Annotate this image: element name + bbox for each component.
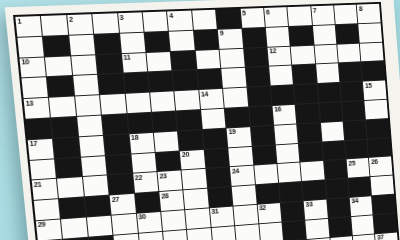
cell-r6c3[interactable] [77, 116, 103, 137]
cell-r6c4 [102, 114, 128, 134]
clue-number: 37 [377, 234, 384, 240]
cell-r10c5 [135, 192, 160, 213]
cell-r6c8[interactable] [201, 109, 226, 129]
cell-r3c13[interactable] [314, 44, 338, 63]
cell-r5c7[interactable] [175, 90, 200, 110]
cell-r1c9 [216, 9, 241, 29]
cell-r7c6[interactable] [154, 131, 179, 151]
clue-number: 6 [266, 8, 270, 15]
cell-r2c4 [94, 34, 120, 54]
cell-r8c1[interactable] [30, 159, 57, 180]
cell-r1c10[interactable]: 5 [240, 8, 264, 28]
cell-r1c5[interactable]: 3 [118, 12, 144, 32]
clue-number: 9 [219, 30, 223, 37]
cell-r11c5[interactable]: 30 [137, 212, 162, 233]
cell-r12c7[interactable] [187, 228, 212, 240]
cell-r5c12 [294, 84, 318, 104]
cell-r5c1[interactable]: 13 [24, 98, 51, 119]
cell-r1c12[interactable] [288, 6, 312, 25]
clue-number: 5 [242, 9, 246, 16]
clue-number: 7 [312, 7, 316, 14]
clue-number: 22 [134, 174, 142, 181]
cell-r8c13 [322, 141, 345, 161]
cell-r8c6 [156, 151, 181, 171]
cell-r10c2 [59, 198, 85, 219]
cell-r9c7[interactable] [182, 169, 207, 189]
cell-r8c12 [299, 142, 323, 162]
cell-r8c9[interactable] [228, 147, 252, 167]
cell-r11c13 [327, 198, 350, 218]
cell-r10c15[interactable] [371, 176, 394, 196]
cell-r3c12[interactable] [291, 45, 315, 65]
cell-r2c8 [194, 30, 219, 50]
cell-r12c9[interactable] [235, 224, 259, 240]
cell-r10c1[interactable] [34, 199, 60, 220]
clue-number: 17 [29, 140, 37, 147]
cell-r9c1[interactable]: 21 [32, 179, 58, 200]
cell-r2c15[interactable] [359, 23, 382, 42]
cell-r5c9[interactable] [223, 88, 248, 108]
cell-r12c6[interactable] [163, 230, 188, 240]
cell-r6c12 [296, 104, 320, 124]
cell-r2c3[interactable] [69, 35, 95, 55]
cell-r3c1[interactable]: 10 [19, 57, 46, 78]
cell-r4c10 [245, 67, 269, 87]
cell-r9c15[interactable]: 26 [369, 157, 392, 177]
cell-r2c11[interactable] [266, 27, 290, 47]
cell-r10c3 [85, 196, 111, 217]
cell-r10c8 [208, 187, 233, 207]
clue-number: 30 [138, 214, 146, 221]
clue-number: 4 [169, 12, 173, 19]
cell-r1c8[interactable] [192, 10, 217, 30]
cell-r5c15[interactable]: 15 [363, 81, 386, 100]
cell-r7c10 [250, 126, 274, 146]
cell-r7c13[interactable] [321, 121, 345, 141]
cell-r6c10 [249, 106, 273, 126]
cell-r11c4[interactable] [112, 214, 138, 235]
cell-r12c5[interactable] [138, 232, 163, 240]
cell-r3c11[interactable]: 12 [267, 46, 291, 66]
cell-r12c11 [282, 220, 306, 240]
cell-r7c14 [344, 120, 367, 140]
clue-number: 33 [305, 201, 312, 208]
cell-r11c3[interactable] [87, 216, 113, 237]
cell-r1c3[interactable]: 2 [67, 14, 93, 34]
cell-r5c14 [340, 82, 363, 101]
cell-r2c7[interactable] [169, 31, 194, 51]
clue-number: 20 [182, 151, 190, 158]
cell-r2c9[interactable]: 9 [218, 29, 243, 49]
cell-r2c6 [145, 32, 170, 52]
cell-r3c6[interactable] [146, 52, 171, 72]
clue-number: 10 [21, 58, 29, 65]
cell-r12c13 [329, 217, 352, 237]
cell-r4c2 [47, 76, 73, 97]
cell-r1c6[interactable] [143, 11, 168, 31]
cell-r7c5[interactable]: 18 [129, 133, 154, 153]
cell-r9c8 [206, 168, 231, 188]
cell-r4c4 [98, 74, 124, 94]
cell-r10c9[interactable] [232, 185, 256, 205]
cell-r9c6[interactable]: 23 [158, 171, 183, 191]
clue-number: 3 [119, 14, 123, 21]
cell-r8c7[interactable]: 20 [180, 150, 205, 170]
cell-r5c11 [271, 85, 295, 105]
cell-r1c14[interactable] [334, 5, 357, 24]
crossword-grid: 1234567891011121314151617181920212223242… [13, 2, 400, 240]
cell-r9c3[interactable] [83, 176, 109, 197]
cell-r4c13[interactable] [316, 64, 340, 84]
cell-r1c7[interactable]: 4 [167, 11, 192, 31]
clue-number: 8 [359, 5, 363, 12]
cell-r3c3[interactable] [71, 55, 97, 75]
cell-r6c7 [177, 110, 202, 130]
cell-r11c11 [281, 201, 305, 221]
cell-r2c2 [43, 36, 70, 57]
cell-r4c9[interactable] [221, 68, 246, 88]
cell-r4c7 [173, 70, 198, 90]
clue-number: 15 [365, 82, 372, 89]
clue-number: 13 [25, 99, 33, 106]
cell-r5c3[interactable] [75, 95, 101, 116]
clue-number: 34 [351, 198, 358, 205]
cell-r11c7[interactable] [186, 208, 211, 228]
clue-number: 16 [274, 106, 281, 113]
cell-r1c15[interactable]: 8 [357, 4, 380, 23]
cell-r6c5 [127, 113, 153, 133]
cell-r7c12 [297, 123, 321, 143]
cell-r2c12 [289, 26, 313, 46]
cell-r8c2 [55, 157, 81, 178]
cell-r4c12 [293, 65, 317, 85]
cell-r5c8[interactable]: 14 [199, 89, 224, 109]
cell-r7c8 [203, 128, 228, 148]
cell-r10c7[interactable] [184, 189, 209, 209]
cell-r1c1[interactable]: 1 [15, 16, 42, 37]
cell-r10c14 [348, 177, 371, 197]
clue-number: 21 [33, 181, 41, 188]
cell-r2c5[interactable] [120, 33, 146, 53]
cell-r1c4[interactable] [92, 13, 118, 33]
cell-r11c9[interactable] [234, 205, 258, 225]
cell-r4c5 [123, 73, 149, 93]
cell-r11c2[interactable] [61, 218, 87, 239]
cell-r11c8[interactable]: 31 [210, 207, 235, 227]
cell-r5c4[interactable] [100, 94, 126, 114]
cell-r6c11[interactable]: 16 [272, 105, 296, 125]
cell-r7c4 [104, 134, 130, 155]
cell-r7c1[interactable]: 17 [28, 139, 55, 160]
clue-number: 28 [161, 192, 169, 199]
cell-r12c8[interactable] [211, 226, 236, 240]
clue-number: 2 [69, 15, 73, 22]
cell-r6c2 [51, 117, 77, 138]
cell-r9c9[interactable]: 24 [230, 166, 254, 186]
cell-r3c5[interactable]: 11 [122, 53, 148, 73]
cell-r5c6[interactable] [150, 92, 175, 112]
cell-r4c8 [197, 69, 222, 89]
cell-r6c9 [225, 107, 250, 127]
cell-r13c14[interactable] [353, 234, 376, 240]
cell-r2c13[interactable] [313, 25, 337, 44]
clue-number: 19 [228, 128, 236, 135]
cell-r12c10[interactable] [259, 222, 283, 240]
clue-number: 18 [131, 134, 139, 141]
cell-r10c12 [302, 180, 326, 200]
cell-r4c14 [339, 63, 362, 82]
cell-r7c2 [53, 137, 79, 158]
cell-r2c1[interactable] [17, 37, 44, 58]
clue-number: 27 [111, 196, 119, 203]
cell-r12c15 [374, 213, 397, 233]
clue-number: 32 [259, 205, 266, 212]
clue-number: 25 [348, 160, 355, 167]
cell-r12c14[interactable] [351, 215, 374, 235]
cell-r10c13 [325, 179, 348, 199]
cell-r8c3[interactable] [81, 156, 107, 177]
cell-r1c11[interactable]: 6 [264, 7, 288, 27]
cell-r1c13[interactable]: 7 [311, 5, 335, 24]
cell-r6c1 [26, 118, 53, 139]
cell-r9c11[interactable] [277, 163, 301, 183]
clue-number: 29 [37, 221, 45, 228]
cell-r8c15 [368, 138, 391, 157]
cell-r7c3[interactable] [79, 136, 105, 157]
cell-r8c4 [106, 154, 132, 175]
cell-r7c7 [178, 130, 203, 150]
cell-r8c8 [204, 148, 229, 168]
cell-r12c4[interactable] [114, 234, 140, 240]
cell-r6c15[interactable] [365, 100, 388, 119]
cell-r10c4[interactable]: 27 [110, 194, 136, 215]
cell-r11c12[interactable]: 33 [304, 200, 328, 220]
cell-r5c10 [247, 87, 271, 107]
cell-r2c14 [336, 24, 359, 43]
cell-r3c4 [96, 54, 122, 74]
cell-r4c3[interactable] [73, 75, 99, 95]
cell-r7c15 [366, 119, 389, 138]
cell-r9c12[interactable] [301, 161, 325, 181]
cell-r11c1[interactable]: 29 [36, 219, 62, 240]
cell-r12c12[interactable] [306, 219, 330, 239]
cell-r7c11[interactable] [274, 124, 298, 144]
cell-r5c13 [317, 83, 341, 103]
clue-number: 14 [201, 90, 209, 97]
cell-r8c14 [345, 139, 368, 159]
cell-r11c6[interactable] [161, 210, 186, 230]
cell-r7c9[interactable]: 19 [227, 127, 251, 147]
cell-r3c14[interactable] [337, 43, 360, 62]
clue-number: 24 [232, 167, 240, 174]
cell-r2c10 [242, 28, 266, 48]
cell-r4c6 [148, 72, 173, 92]
cell-r4c15 [362, 62, 385, 81]
cell-r8c11[interactable] [276, 144, 300, 164]
cell-r3c2[interactable] [45, 56, 71, 77]
cell-r6c14 [342, 101, 365, 121]
cell-r5c2[interactable] [49, 97, 75, 118]
cell-r9c13 [324, 160, 347, 180]
cell-r10c10 [256, 184, 280, 204]
cell-r12c3 [89, 236, 115, 240]
clue-number: 12 [269, 47, 277, 54]
cell-r4c11[interactable] [269, 66, 293, 86]
clue-number: 11 [123, 54, 131, 61]
cell-r3c10 [244, 47, 268, 67]
cell-r11c15 [372, 195, 395, 215]
cell-r13c15[interactable]: 37 [375, 232, 398, 240]
cell-r6c6 [152, 111, 177, 131]
cell-r9c2[interactable] [57, 177, 83, 198]
cell-r3c8[interactable] [195, 49, 220, 69]
cell-r9c14[interactable]: 25 [347, 158, 370, 178]
cell-r6c13 [319, 102, 343, 122]
clue-number: 31 [211, 208, 219, 215]
clue-number: 26 [371, 158, 378, 165]
cell-r11c10[interactable]: 32 [257, 203, 281, 223]
cell-r9c4 [108, 174, 134, 195]
cell-r4c1[interactable] [22, 78, 49, 99]
cell-r13c13[interactable] [330, 236, 353, 240]
cell-r3c15[interactable] [360, 42, 383, 61]
cell-r9c5[interactable]: 22 [133, 172, 158, 193]
clue-number: 1 [17, 17, 22, 24]
cell-r11c14[interactable]: 34 [350, 196, 373, 216]
cell-r5c5[interactable] [125, 93, 151, 113]
cell-r8c10 [252, 145, 276, 165]
cell-r3c9[interactable] [220, 48, 245, 68]
cell-r3c7 [171, 51, 196, 71]
cell-r10c11 [279, 182, 303, 202]
cell-r10c6[interactable]: 28 [159, 191, 184, 211]
clue-number: 23 [159, 172, 167, 179]
cell-r9c10[interactable] [254, 164, 278, 184]
cell-r8c5[interactable] [131, 153, 156, 173]
cell-r1c2[interactable] [41, 15, 68, 35]
